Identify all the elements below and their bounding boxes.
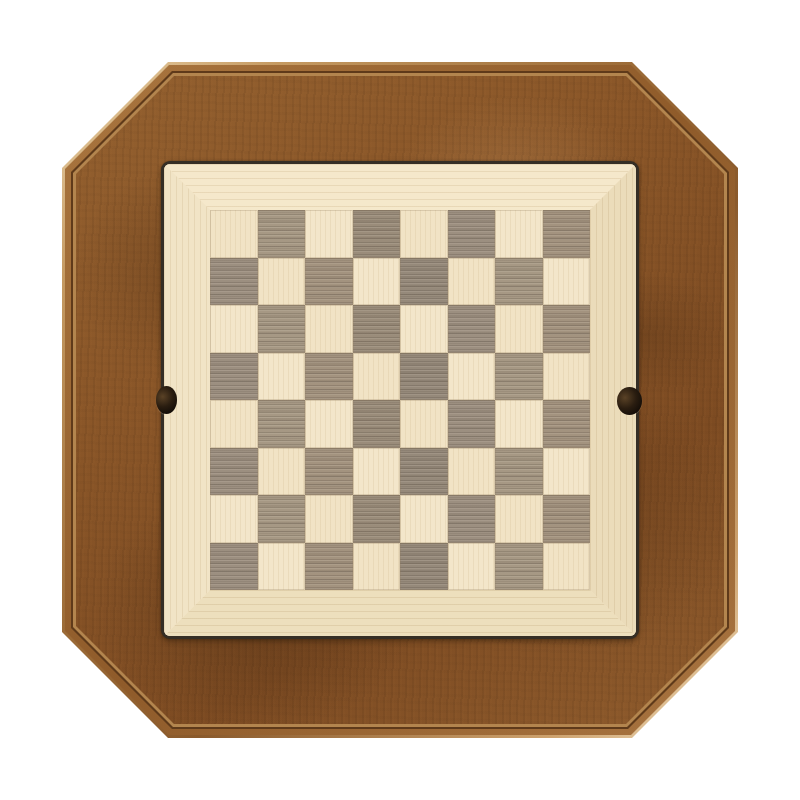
square-e4[interactable] — [400, 400, 448, 448]
square-g6[interactable] — [495, 305, 543, 353]
square-c6[interactable] — [305, 305, 353, 353]
square-e1[interactable] — [400, 543, 448, 591]
square-f3[interactable] — [448, 448, 496, 496]
square-b1[interactable] — [258, 543, 306, 591]
square-b5[interactable] — [258, 353, 306, 401]
square-f6[interactable] — [448, 305, 496, 353]
square-h5[interactable] — [543, 353, 591, 401]
square-b6[interactable] — [258, 305, 306, 353]
square-d3[interactable] — [353, 448, 401, 496]
square-f7[interactable] — [448, 258, 496, 306]
square-a6[interactable] — [210, 305, 258, 353]
chessboard — [210, 210, 590, 590]
square-f4[interactable] — [448, 400, 496, 448]
square-c7[interactable] — [305, 258, 353, 306]
square-d5[interactable] — [353, 353, 401, 401]
square-c1[interactable] — [305, 543, 353, 591]
square-b8[interactable] — [258, 210, 306, 258]
square-d4[interactable] — [353, 400, 401, 448]
square-b3[interactable] — [258, 448, 306, 496]
square-a2[interactable] — [210, 495, 258, 543]
square-g1[interactable] — [495, 543, 543, 591]
square-a4[interactable] — [210, 400, 258, 448]
board-insert — [161, 161, 639, 639]
square-g4[interactable] — [495, 400, 543, 448]
square-e2[interactable] — [400, 495, 448, 543]
square-h7[interactable] — [543, 258, 591, 306]
square-d6[interactable] — [353, 305, 401, 353]
square-g7[interactable] — [495, 258, 543, 306]
frame-bottom-rail — [164, 590, 636, 636]
square-h3[interactable] — [543, 448, 591, 496]
finger-notch-left[interactable] — [156, 386, 177, 414]
square-g5[interactable] — [495, 353, 543, 401]
square-g8[interactable] — [495, 210, 543, 258]
square-h1[interactable] — [543, 543, 591, 591]
square-c5[interactable] — [305, 353, 353, 401]
square-e6[interactable] — [400, 305, 448, 353]
square-f2[interactable] — [448, 495, 496, 543]
game-table-photo — [0, 0, 800, 800]
square-a3[interactable] — [210, 448, 258, 496]
square-h4[interactable] — [543, 400, 591, 448]
square-h8[interactable] — [543, 210, 591, 258]
square-e7[interactable] — [400, 258, 448, 306]
square-c2[interactable] — [305, 495, 353, 543]
frame-top-rail — [164, 164, 636, 210]
square-b2[interactable] — [258, 495, 306, 543]
square-d2[interactable] — [353, 495, 401, 543]
finger-notch-right[interactable] — [617, 387, 642, 415]
square-a8[interactable] — [210, 210, 258, 258]
square-a7[interactable] — [210, 258, 258, 306]
square-h6[interactable] — [543, 305, 591, 353]
square-h2[interactable] — [543, 495, 591, 543]
square-e3[interactable] — [400, 448, 448, 496]
square-f1[interactable] — [448, 543, 496, 591]
square-d1[interactable] — [353, 543, 401, 591]
board-frame — [164, 164, 636, 636]
square-c4[interactable] — [305, 400, 353, 448]
square-e8[interactable] — [400, 210, 448, 258]
square-e5[interactable] — [400, 353, 448, 401]
square-b7[interactable] — [258, 258, 306, 306]
square-a5[interactable] — [210, 353, 258, 401]
square-g3[interactable] — [495, 448, 543, 496]
square-a1[interactable] — [210, 543, 258, 591]
square-f8[interactable] — [448, 210, 496, 258]
square-d8[interactable] — [353, 210, 401, 258]
square-b4[interactable] — [258, 400, 306, 448]
square-c8[interactable] — [305, 210, 353, 258]
square-d7[interactable] — [353, 258, 401, 306]
square-g2[interactable] — [495, 495, 543, 543]
square-c3[interactable] — [305, 448, 353, 496]
square-f5[interactable] — [448, 353, 496, 401]
